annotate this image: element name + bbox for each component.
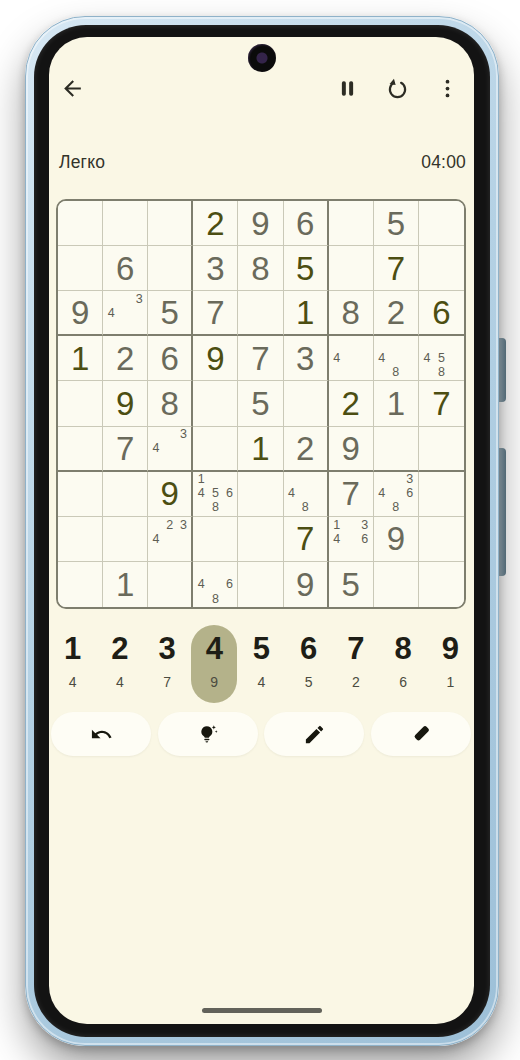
lightbulb-icon	[196, 723, 219, 746]
cell-r8c5[interactable]	[238, 517, 283, 562]
note-digit-8: 8	[298, 501, 312, 515]
cell-r4c5[interactable]: 7	[238, 336, 283, 381]
note-digit-3: 3	[177, 428, 191, 442]
cell-value: 5	[251, 387, 269, 420]
cell-value: 5	[342, 568, 360, 601]
kebab-menu-icon	[435, 76, 460, 101]
cell-r1c7[interactable]	[329, 201, 374, 246]
cell-value: 9	[387, 522, 405, 555]
note-digit-1: 1	[194, 473, 208, 487]
cell-r9c7[interactable]: 5	[329, 562, 374, 607]
key-remaining-count: 4	[258, 674, 266, 690]
cell-r6c6[interactable]: 2	[284, 427, 329, 472]
cell-r2c3[interactable]	[148, 246, 193, 291]
note-digit-8: 8	[208, 501, 222, 515]
cell-value: 7	[251, 342, 269, 375]
cell-value: 9	[71, 296, 89, 329]
cell-r4c3[interactable]: 6	[148, 336, 193, 381]
cell-r7c6[interactable]: 48	[284, 472, 329, 517]
note-digit-3: 3	[177, 518, 191, 532]
cell-value: 5	[161, 296, 179, 329]
cell-value: 1	[296, 296, 314, 329]
cell-value: 1	[71, 342, 89, 375]
toolbar	[51, 712, 471, 756]
note-digit-4: 4	[330, 532, 344, 546]
cell-value: 1	[387, 387, 405, 420]
key-digit: 2	[111, 627, 128, 671]
note-digit-4: 4	[149, 532, 163, 546]
numpad-key-8[interactable]: 86	[380, 627, 427, 699]
cell-r7c2[interactable]	[103, 472, 148, 517]
note-digit-8: 8	[389, 365, 403, 379]
note-digit-6: 6	[403, 487, 417, 501]
cell-r3c2[interactable]: 34	[103, 291, 148, 336]
note-digit-4: 4	[375, 487, 389, 501]
arrow-left-icon	[60, 76, 85, 101]
cell-notes: 14568	[194, 473, 236, 515]
note-digit-1: 1	[330, 518, 344, 532]
note-digit-3: 3	[358, 518, 372, 532]
cell-r3c8[interactable]: 2	[374, 291, 419, 336]
key-remaining-count: 4	[116, 674, 124, 690]
cell-value: 2	[342, 387, 360, 420]
cell-value: 1	[251, 432, 269, 465]
key-digit: 9	[442, 627, 459, 671]
cell-value: 2	[206, 207, 224, 240]
cell-r3c7[interactable]: 8	[329, 291, 374, 336]
cell-r9c1[interactable]	[58, 562, 103, 607]
key-remaining-count: 1	[446, 674, 454, 690]
cell-r7c9[interactable]	[419, 472, 464, 517]
note-digit-4: 4	[330, 351, 344, 365]
cell-r8c9[interactable]	[419, 517, 464, 562]
numpad-key-1[interactable]: 14	[49, 627, 96, 699]
cell-r9c4[interactable]: 468	[193, 562, 238, 607]
cell-r3c5[interactable]	[238, 291, 283, 336]
key-digit: 7	[347, 627, 364, 671]
cell-r5c2[interactable]: 9	[103, 381, 148, 426]
pencil-button[interactable]	[264, 712, 364, 756]
undo-icon	[90, 723, 113, 746]
eraser-icon	[409, 723, 432, 746]
cell-r5c1[interactable]	[58, 381, 103, 426]
cell-notes: 48	[375, 337, 417, 379]
note-digit-5: 5	[208, 487, 222, 501]
note-digit-8: 8	[208, 592, 222, 606]
phone-bezel: Легко 04:00 2965638579345718261269734484…	[34, 25, 490, 1037]
cell-r9c8[interactable]	[374, 562, 419, 607]
cell-r4c2[interactable]: 2	[103, 336, 148, 381]
cell-r8c8[interactable]: 9	[374, 517, 419, 562]
cell-r5c5[interactable]: 5	[238, 381, 283, 426]
cell-value: 2	[387, 296, 405, 329]
key-remaining-count: 7	[163, 674, 171, 690]
cell-r1c8[interactable]: 5	[374, 201, 419, 246]
cell-notes: 3468	[375, 473, 417, 515]
cell-value: 7	[296, 522, 314, 555]
cell-r2c7[interactable]	[329, 246, 374, 291]
cell-r9c5[interactable]	[238, 562, 283, 607]
cell-r9c3[interactable]	[148, 562, 193, 607]
cell-r1c2[interactable]	[103, 201, 148, 246]
cell-value: 5	[296, 252, 314, 285]
cell-value: 9	[161, 477, 179, 510]
cell-value: 9	[116, 387, 134, 420]
cell-value: 7	[116, 432, 134, 465]
note-digit-6: 6	[358, 532, 372, 546]
cell-value: 6	[161, 342, 179, 375]
cell-value: 6	[116, 252, 134, 285]
cell-r3c3[interactable]: 5	[148, 291, 193, 336]
back-button[interactable]	[57, 73, 87, 103]
cell-r7c3[interactable]: 9	[148, 472, 193, 517]
note-digit-4: 4	[285, 487, 299, 501]
cell-r5c7[interactable]: 2	[329, 381, 374, 426]
cell-notes: 4	[330, 337, 372, 379]
cell-r4c1[interactable]: 1	[58, 336, 103, 381]
cell-r4c9[interactable]: 458	[419, 336, 464, 381]
home-indicator[interactable]	[202, 1008, 322, 1013]
cell-value: 8	[251, 252, 269, 285]
cell-value: 6	[432, 296, 450, 329]
note-digit-4: 4	[149, 441, 163, 455]
cell-value: 8	[161, 387, 179, 420]
note-digit-3: 3	[132, 292, 146, 306]
cell-value: 9	[206, 342, 224, 375]
cell-value: 7	[206, 296, 224, 329]
cell-r5c9[interactable]: 7	[419, 381, 464, 426]
cell-value: 9	[296, 568, 314, 601]
cell-r6c9[interactable]	[419, 427, 464, 472]
pause-icon	[335, 76, 360, 101]
cell-value: 1	[116, 568, 134, 601]
key-digit: 8	[395, 627, 412, 671]
cell-value: 2	[296, 432, 314, 465]
cell-r4c4[interactable]: 9	[193, 336, 238, 381]
note-digit-5: 5	[434, 351, 448, 365]
numpad-key-3[interactable]: 37	[143, 627, 190, 699]
cell-r6c5[interactable]: 1	[238, 427, 283, 472]
cell-r9c6[interactable]: 9	[284, 562, 329, 607]
note-digit-3: 3	[403, 473, 417, 487]
cell-r1c9[interactable]	[419, 201, 464, 246]
undo-button[interactable]	[51, 712, 151, 756]
restart-icon	[385, 76, 410, 101]
cell-value: 7	[387, 252, 405, 285]
cell-r6c4[interactable]	[193, 427, 238, 472]
cell-r5c6[interactable]	[284, 381, 329, 426]
note-digit-4: 4	[104, 306, 118, 320]
cell-r8c1[interactable]	[58, 517, 103, 562]
key-remaining-count: 9	[210, 674, 218, 690]
cell-notes: 34	[149, 428, 190, 469]
cell-r8c2[interactable]	[103, 517, 148, 562]
cell-r9c2[interactable]: 1	[103, 562, 148, 607]
key-digit: 4	[206, 627, 223, 671]
cell-r3c4[interactable]: 7	[193, 291, 238, 336]
menu-button[interactable]	[432, 73, 462, 103]
cell-notes: 34	[104, 292, 146, 333]
status-row: Легко 04:00	[59, 150, 466, 174]
cell-r2c8[interactable]: 7	[374, 246, 419, 291]
cell-value: 8	[342, 296, 360, 329]
page: Легко 04:00 2965638579345718261269734484…	[0, 0, 520, 1060]
note-digit-8: 8	[434, 365, 448, 379]
cell-r2c2[interactable]: 6	[103, 246, 148, 291]
cell-r4c6[interactable]: 3	[284, 336, 329, 381]
note-digit-6: 6	[222, 487, 236, 501]
cell-notes: 234	[149, 518, 190, 560]
note-digit-8: 8	[389, 501, 403, 515]
cell-r1c1[interactable]	[58, 201, 103, 246]
numpad-key-2[interactable]: 24	[96, 627, 143, 699]
cell-r8c4[interactable]	[193, 517, 238, 562]
pause-button[interactable]	[332, 73, 362, 103]
hint-button[interactable]	[158, 712, 258, 756]
eraser-button[interactable]	[371, 712, 471, 756]
cell-r7c7[interactable]: 7	[329, 472, 374, 517]
cell-r3c1[interactable]: 9	[58, 291, 103, 336]
cell-r7c1[interactable]	[58, 472, 103, 517]
numpad: 142437495465728691	[49, 627, 474, 699]
cell-r6c2[interactable]: 7	[103, 427, 148, 472]
pencil-icon	[303, 723, 326, 746]
key-remaining-count: 4	[69, 674, 77, 690]
numpad-key-7[interactable]: 72	[332, 627, 379, 699]
cell-r3c6[interactable]: 1	[284, 291, 329, 336]
timer: 04:00	[421, 152, 466, 173]
cell-r8c3[interactable]: 234	[148, 517, 193, 562]
numpad-key-5[interactable]: 54	[238, 627, 285, 699]
cell-r3c9[interactable]: 6	[419, 291, 464, 336]
cell-notes: 458	[420, 337, 463, 379]
cell-r7c8[interactable]: 3468	[374, 472, 419, 517]
cell-r7c5[interactable]	[238, 472, 283, 517]
sudoku-board: 2965638579345718261269734484589852177341…	[56, 199, 466, 609]
phone-frame: Легко 04:00 2965638579345718261269734484…	[25, 16, 499, 1046]
cell-r2c1[interactable]	[58, 246, 103, 291]
front-camera-icon	[248, 44, 276, 72]
cell-r4c8[interactable]: 48	[374, 336, 419, 381]
cell-notes: 1346	[330, 518, 372, 560]
cell-r1c6[interactable]: 6	[284, 201, 329, 246]
cell-r5c8[interactable]: 1	[374, 381, 419, 426]
cell-r5c4[interactable]	[193, 381, 238, 426]
cell-r2c9[interactable]	[419, 246, 464, 291]
cell-r6c8[interactable]	[374, 427, 419, 472]
note-digit-4: 4	[375, 351, 389, 365]
cell-r6c7[interactable]: 9	[329, 427, 374, 472]
cell-r9c9[interactable]	[419, 562, 464, 607]
key-digit: 3	[158, 627, 175, 671]
cell-r4c7[interactable]: 4	[329, 336, 374, 381]
cell-value: 3	[206, 252, 224, 285]
key-digit: 5	[253, 627, 270, 671]
key-remaining-count: 6	[399, 674, 407, 690]
cell-value: 3	[296, 342, 314, 375]
cell-value: 7	[432, 387, 450, 420]
note-digit-4: 4	[420, 351, 434, 365]
cell-r1c5[interactable]: 9	[238, 201, 283, 246]
key-remaining-count: 5	[305, 674, 313, 690]
cell-r2c5[interactable]: 8	[238, 246, 283, 291]
app-screen: Легко 04:00 2965638579345718261269734484…	[49, 37, 474, 1024]
note-digit-2: 2	[163, 518, 177, 532]
cell-notes: 468	[194, 563, 236, 606]
cell-value: 5	[387, 207, 405, 240]
key-digit: 6	[300, 627, 317, 671]
cell-r1c4[interactable]: 2	[193, 201, 238, 246]
note-digit-6: 6	[222, 577, 236, 591]
restart-button[interactable]	[382, 73, 412, 103]
cell-value: 9	[342, 432, 360, 465]
cell-value: 9	[251, 207, 269, 240]
cell-r2c6[interactable]: 5	[284, 246, 329, 291]
top-app-bar	[57, 73, 462, 103]
cell-r2c4[interactable]: 3	[193, 246, 238, 291]
difficulty-label: Легко	[59, 152, 105, 173]
key-remaining-count: 2	[352, 674, 360, 690]
numpad-key-6[interactable]: 65	[285, 627, 332, 699]
cell-r5c3[interactable]: 8	[148, 381, 193, 426]
numpad-key-9[interactable]: 91	[427, 627, 474, 699]
note-digit-4: 4	[194, 577, 208, 591]
cell-r6c1[interactable]	[58, 427, 103, 472]
cell-r7c4[interactable]: 14568	[193, 472, 238, 517]
numpad-key-4[interactable]: 49	[191, 627, 238, 699]
cell-value: 7	[342, 477, 360, 510]
cell-value: 6	[296, 207, 314, 240]
cell-r1c3[interactable]	[148, 201, 193, 246]
note-digit-4: 4	[194, 487, 208, 501]
cell-value: 2	[116, 342, 134, 375]
cell-notes: 48	[285, 473, 326, 515]
cell-r8c6[interactable]: 7	[284, 517, 329, 562]
cell-r6c3[interactable]: 34	[148, 427, 193, 472]
cell-r8c7[interactable]: 1346	[329, 517, 374, 562]
key-digit: 1	[64, 627, 81, 671]
